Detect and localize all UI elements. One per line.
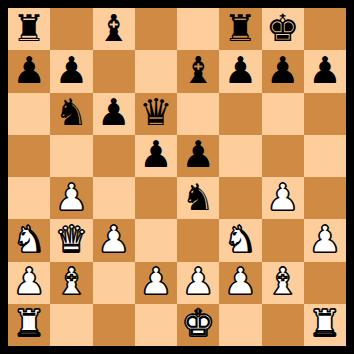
square-f2[interactable]: ♟ (219, 262, 261, 304)
piece-black-rook-a8: ♜ (13, 10, 46, 47)
square-a8[interactable]: ♜ (8, 8, 50, 50)
square-c2[interactable] (93, 262, 135, 304)
square-d7[interactable] (135, 50, 177, 92)
piece-black-knight-b6: ♞ (55, 94, 88, 131)
square-b4[interactable]: ♟ (50, 177, 92, 219)
square-f1[interactable] (219, 304, 261, 346)
piece-white-rook-h1: ♜ (308, 305, 341, 342)
square-c6[interactable]: ♟ (93, 93, 135, 135)
square-h7[interactable]: ♟ (304, 50, 346, 92)
chess-board-frame: ♜♝♜♚♟♟♝♟♟♟♞♟♛♟♟♟♞♟♞♛♟♞♟♟♝♟♟♟♝♜♚♜ (0, 0, 354, 354)
piece-white-pawn-h3: ♟ (308, 221, 341, 258)
piece-black-pawn-a7: ♟ (13, 52, 46, 89)
square-f3[interactable]: ♞ (219, 219, 261, 261)
square-g7[interactable]: ♟ (262, 50, 304, 92)
square-a4[interactable] (8, 177, 50, 219)
piece-white-pawn-b4: ♟ (55, 179, 88, 216)
square-e4[interactable]: ♞ (177, 177, 219, 219)
square-d3[interactable] (135, 219, 177, 261)
piece-white-pawn-c3: ♟ (97, 221, 130, 258)
square-h8[interactable] (304, 8, 346, 50)
piece-white-pawn-f2: ♟ (224, 263, 257, 300)
piece-black-pawn-c6: ♟ (97, 94, 130, 131)
piece-black-pawn-g7: ♟ (266, 52, 299, 89)
square-e2[interactable]: ♟ (177, 262, 219, 304)
square-b8[interactable] (50, 8, 92, 50)
square-g5[interactable] (262, 135, 304, 177)
square-g2[interactable]: ♝ (262, 262, 304, 304)
square-a7[interactable]: ♟ (8, 50, 50, 92)
square-d2[interactable]: ♟ (135, 262, 177, 304)
piece-white-pawn-d2: ♟ (139, 263, 172, 300)
square-a5[interactable] (8, 135, 50, 177)
piece-black-rook-f8: ♜ (224, 10, 257, 47)
piece-black-pawn-e5: ♟ (182, 136, 215, 173)
piece-white-knight-f3: ♞ (224, 221, 257, 258)
piece-white-pawn-g4: ♟ (266, 179, 299, 216)
piece-white-knight-a3: ♞ (13, 221, 46, 258)
square-c7[interactable] (93, 50, 135, 92)
square-c4[interactable] (93, 177, 135, 219)
square-g6[interactable] (262, 93, 304, 135)
square-a6[interactable] (8, 93, 50, 135)
square-f7[interactable]: ♟ (219, 50, 261, 92)
piece-white-pawn-a2: ♟ (13, 263, 46, 300)
piece-black-queen-d6: ♛ (139, 94, 172, 131)
square-b5[interactable] (50, 135, 92, 177)
square-e3[interactable] (177, 219, 219, 261)
piece-black-pawn-f7: ♟ (224, 52, 257, 89)
square-b1[interactable] (50, 304, 92, 346)
square-d4[interactable] (135, 177, 177, 219)
square-h5[interactable] (304, 135, 346, 177)
square-g4[interactable]: ♟ (262, 177, 304, 219)
square-f4[interactable] (219, 177, 261, 219)
square-c1[interactable] (93, 304, 135, 346)
piece-black-pawn-d5: ♟ (139, 136, 172, 173)
chess-board: ♜♝♜♚♟♟♝♟♟♟♞♟♛♟♟♟♞♟♞♛♟♞♟♟♝♟♟♟♝♜♚♜ (8, 8, 346, 346)
piece-black-king-g8: ♚ (266, 10, 299, 47)
square-g8[interactable]: ♚ (262, 8, 304, 50)
square-c8[interactable]: ♝ (93, 8, 135, 50)
square-b7[interactable]: ♟ (50, 50, 92, 92)
piece-black-bishop-e7: ♝ (182, 52, 215, 89)
piece-black-pawn-h7: ♟ (308, 52, 341, 89)
square-f5[interactable] (219, 135, 261, 177)
square-g3[interactable] (262, 219, 304, 261)
square-h4[interactable] (304, 177, 346, 219)
square-c5[interactable] (93, 135, 135, 177)
square-e6[interactable] (177, 93, 219, 135)
square-h6[interactable] (304, 93, 346, 135)
square-e1[interactable]: ♚ (177, 304, 219, 346)
square-f8[interactable]: ♜ (219, 8, 261, 50)
square-d5[interactable]: ♟ (135, 135, 177, 177)
piece-white-bishop-b2: ♝ (55, 263, 88, 300)
square-d6[interactable]: ♛ (135, 93, 177, 135)
square-d1[interactable] (135, 304, 177, 346)
square-a3[interactable]: ♞ (8, 219, 50, 261)
square-a1[interactable]: ♜ (8, 304, 50, 346)
piece-white-queen-b3: ♛ (55, 221, 88, 258)
square-a2[interactable]: ♟ (8, 262, 50, 304)
square-e5[interactable]: ♟ (177, 135, 219, 177)
square-e8[interactable] (177, 8, 219, 50)
square-g1[interactable] (262, 304, 304, 346)
piece-black-knight-e4: ♞ (182, 179, 215, 216)
piece-black-bishop-c8: ♝ (97, 10, 130, 47)
square-b2[interactable]: ♝ (50, 262, 92, 304)
piece-white-bishop-g2: ♝ (266, 263, 299, 300)
square-f6[interactable] (219, 93, 261, 135)
square-h2[interactable] (304, 262, 346, 304)
square-c3[interactable]: ♟ (93, 219, 135, 261)
square-b6[interactable]: ♞ (50, 93, 92, 135)
piece-white-rook-a1: ♜ (13, 305, 46, 342)
square-b3[interactable]: ♛ (50, 219, 92, 261)
piece-black-pawn-b7: ♟ (55, 52, 88, 89)
square-h3[interactable]: ♟ (304, 219, 346, 261)
square-e7[interactable]: ♝ (177, 50, 219, 92)
square-h1[interactable]: ♜ (304, 304, 346, 346)
piece-white-king-e1: ♚ (182, 305, 215, 342)
square-d8[interactable] (135, 8, 177, 50)
piece-white-pawn-e2: ♟ (182, 263, 215, 300)
